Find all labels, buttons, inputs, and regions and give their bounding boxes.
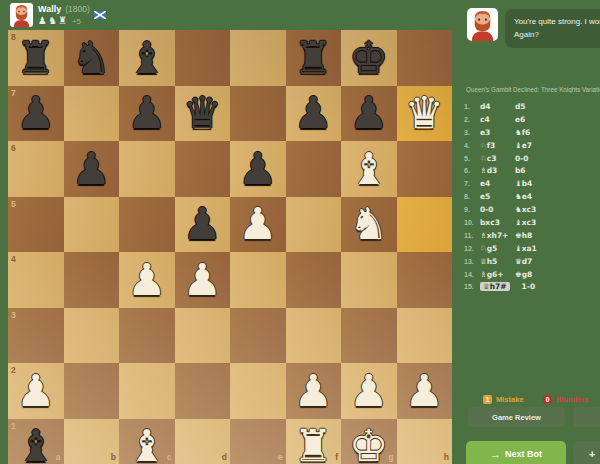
black-move[interactable]: b6 xyxy=(515,166,526,175)
plus-icon: + xyxy=(589,448,595,460)
blunder-badge: 0 xyxy=(543,395,552,404)
square-a2[interactable]: 2♟ xyxy=(8,363,64,419)
square-c7[interactable]: ♟ xyxy=(119,86,175,142)
move-row[interactable]: 5.♘c30-0 xyxy=(464,152,600,165)
player-avatar[interactable] xyxy=(10,3,33,27)
game-review-button[interactable]: Game Review xyxy=(468,407,565,427)
black-pawn[interactable]: ♟ xyxy=(119,86,175,142)
chat-line-2: Again? xyxy=(514,29,600,42)
square-f8[interactable]: ♜ xyxy=(286,30,342,86)
black-move[interactable]: ♚h8 xyxy=(515,231,532,240)
square-d2[interactable] xyxy=(175,363,231,419)
board: 8♜♞♝♜♚7♟♟♛♟♟♛6♟♟♝5♟♟♞4♟♟32♟♟♟♟1a♝bc♝def♜… xyxy=(8,30,452,464)
square-e3[interactable] xyxy=(230,308,286,364)
square-d7[interactable]: ♛ xyxy=(175,86,231,142)
white-move[interactable]: ♗g6+ xyxy=(480,270,515,279)
square-d8[interactable] xyxy=(175,30,231,86)
material-advantage: +5 xyxy=(72,17,81,26)
mistake-stat[interactable]: 1Mistake xyxy=(483,390,524,408)
square-b3[interactable] xyxy=(64,308,120,364)
move-number[interactable]: 1. xyxy=(464,103,480,110)
black-pawn[interactable]: ♟ xyxy=(230,141,286,197)
white-king[interactable]: ♚ xyxy=(341,419,397,464)
sidebar: You're quite strong. I won't g Again? Qu… xyxy=(456,0,600,464)
white-pawn[interactable]: ♟ xyxy=(8,363,64,419)
square-c2[interactable] xyxy=(119,363,175,419)
square-b4[interactable] xyxy=(64,252,120,308)
chat-bubble: You're quite strong. I won't g Again? xyxy=(505,9,600,48)
square-d4[interactable]: ♟ xyxy=(175,252,231,308)
square-g5[interactable]: ♞ xyxy=(341,197,397,253)
white-move[interactable]: bxc3 xyxy=(480,218,515,227)
square-e7[interactable] xyxy=(230,86,286,142)
square-f5[interactable] xyxy=(286,197,342,253)
white-move[interactable]: d4 xyxy=(480,102,515,111)
square-a4[interactable]: 4 xyxy=(8,252,64,308)
move-number[interactable]: 3. xyxy=(464,129,480,136)
black-rook[interactable]: ♜ xyxy=(8,30,64,86)
move-row[interactable]: 1.d4d5 xyxy=(464,100,600,113)
move-row[interactable]: 11.♗xh7+♚h8 xyxy=(464,229,600,242)
square-c6[interactable] xyxy=(119,141,175,197)
square-f7[interactable]: ♟ xyxy=(286,86,342,142)
square-c1[interactable]: c♝ xyxy=(119,419,175,464)
captured-pawn-icon: ♟ xyxy=(38,16,47,26)
square-g8[interactable]: ♚ xyxy=(341,30,397,86)
bot-avatar[interactable] xyxy=(467,8,498,41)
black-rook[interactable]: ♜ xyxy=(286,30,342,86)
square-h2[interactable]: ♟ xyxy=(397,363,453,419)
white-bishop[interactable]: ♝ xyxy=(341,141,397,197)
player-name[interactable]: Wally xyxy=(38,4,61,14)
square-c5[interactable] xyxy=(119,197,175,253)
square-f2[interactable]: ♟ xyxy=(286,363,342,419)
white-move[interactable]: ♘g5 xyxy=(480,244,515,253)
move-row[interactable]: 12.♘g5♝xa1 xyxy=(464,242,600,255)
square-e1[interactable]: e xyxy=(230,419,286,464)
white-rook[interactable]: ♜ xyxy=(286,419,342,464)
move-row[interactable]: 3.e3♞f6 xyxy=(464,126,600,139)
white-move[interactable]: ♕h7# xyxy=(480,282,510,291)
move-list: 1.d4d52.c4e63.e3♞f64.♘f3♝e75.♘c30-06.♗d3… xyxy=(464,100,600,293)
move-number[interactable]: 5. xyxy=(464,155,480,162)
square-f1[interactable]: f♜ xyxy=(286,419,342,464)
move-number[interactable]: 6. xyxy=(464,167,480,174)
move-number[interactable]: 12. xyxy=(464,245,480,252)
black-move[interactable]: ♚g8 xyxy=(515,270,532,279)
white-move[interactable]: ♗xh7+ xyxy=(480,231,515,240)
rank-coordinate-label: 5 xyxy=(11,199,16,209)
file-coordinate-label: e xyxy=(278,452,283,462)
rank-coordinate-label: 6 xyxy=(11,143,16,153)
rank-coordinate-label: 3 xyxy=(11,310,16,320)
move-number[interactable]: 2. xyxy=(464,116,480,123)
square-h3[interactable] xyxy=(397,308,453,364)
black-move[interactable]: ♛d7 xyxy=(515,257,532,266)
black-pawn[interactable]: ♟ xyxy=(286,86,342,142)
white-move[interactable]: ♘c3 xyxy=(480,154,515,163)
black-move[interactable]: e6 xyxy=(515,115,525,124)
black-move[interactable]: ♝b4 xyxy=(515,179,532,188)
square-h6[interactable] xyxy=(397,141,453,197)
mistake-badge: 1 xyxy=(483,395,492,404)
square-b6[interactable]: ♟ xyxy=(64,141,120,197)
square-b2[interactable] xyxy=(64,363,120,419)
black-move[interactable]: d5 xyxy=(515,102,526,111)
square-b7[interactable] xyxy=(64,86,120,142)
scotland-flag-icon xyxy=(94,5,106,13)
square-a3[interactable]: 3 xyxy=(8,308,64,364)
move-number[interactable]: 14. xyxy=(464,271,480,278)
wally-avatar-image-large xyxy=(467,8,498,41)
move-row[interactable]: 4.♘f3♝e7 xyxy=(464,139,600,152)
white-pawn[interactable]: ♟ xyxy=(230,197,286,253)
move-number[interactable]: 7. xyxy=(464,180,480,187)
wally-avatar-image xyxy=(10,3,33,27)
black-pawn[interactable]: ♟ xyxy=(341,86,397,142)
square-d6[interactable] xyxy=(175,141,231,197)
move-row[interactable]: 2.c4e6 xyxy=(464,113,600,126)
opening-name: Queen's Gambit Declined: Three Knights V… xyxy=(466,86,600,93)
mistake-label: Mistake xyxy=(496,395,524,404)
next-bot-button[interactable]: → Next Bot xyxy=(466,441,566,464)
black-move[interactable]: ♝xa1 xyxy=(515,244,537,253)
black-move[interactable]: ♞f6 xyxy=(515,128,530,137)
move-number[interactable]: 8. xyxy=(464,193,480,200)
black-move[interactable]: 1-0 xyxy=(522,282,536,291)
white-pawn[interactable]: ♟ xyxy=(175,252,231,308)
arrow-right-icon: → xyxy=(490,449,501,460)
move-number[interactable]: 11. xyxy=(464,232,480,239)
square-g2[interactable]: ♟ xyxy=(341,363,397,419)
square-h1[interactable]: h xyxy=(397,419,453,464)
move-row[interactable]: 14.♗g6+♚g8 xyxy=(464,268,600,281)
square-h5[interactable] xyxy=(397,197,453,253)
square-a7[interactable]: 7♟ xyxy=(8,86,64,142)
rank-coordinate-label: 4 xyxy=(11,254,16,264)
white-move[interactable]: e3 xyxy=(480,128,515,137)
move-row[interactable]: 8.e5♞e4 xyxy=(464,190,600,203)
black-king[interactable]: ♚ xyxy=(341,30,397,86)
secondary-button[interactable] xyxy=(573,407,600,427)
white-bishop[interactable]: ♝ xyxy=(119,419,175,464)
square-f3[interactable] xyxy=(286,308,342,364)
new-game-plus-button[interactable]: + xyxy=(573,441,600,464)
chat-line-1: You're quite strong. I won't g xyxy=(514,16,600,29)
player-rating: (1800) xyxy=(65,4,90,14)
file-coordinate-label: b xyxy=(111,452,116,462)
move-row[interactable]: 7.e4♝b4 xyxy=(464,177,600,190)
square-e8[interactable] xyxy=(230,30,286,86)
black-bishop[interactable]: ♝ xyxy=(119,30,175,86)
white-queen[interactable]: ♛ xyxy=(397,86,453,142)
square-a1[interactable]: 1a♝ xyxy=(8,419,64,464)
white-pawn[interactable]: ♟ xyxy=(397,363,453,419)
white-move[interactable]: ♗d3 xyxy=(480,166,515,175)
square-b8[interactable]: ♞ xyxy=(64,30,120,86)
captured-knight-icon: ♞ xyxy=(48,16,57,26)
square-g6[interactable]: ♝ xyxy=(341,141,397,197)
white-move[interactable]: ♕h5 xyxy=(480,257,515,266)
square-a6[interactable]: 6 xyxy=(8,141,64,197)
square-d5[interactable]: ♟ xyxy=(175,197,231,253)
square-g4[interactable] xyxy=(341,252,397,308)
square-b5[interactable] xyxy=(64,197,120,253)
white-knight[interactable]: ♞ xyxy=(341,197,397,253)
black-pawn[interactable]: ♟ xyxy=(175,197,231,253)
file-coordinate-label: h xyxy=(444,452,449,462)
file-coordinate-label: d xyxy=(222,452,227,462)
move-number[interactable]: 13. xyxy=(464,258,480,265)
black-knight[interactable]: ♞ xyxy=(64,30,120,86)
move-number[interactable]: 9. xyxy=(464,206,480,213)
move-row[interactable]: 6.♗d3b6 xyxy=(464,164,600,177)
square-g1[interactable]: g♚ xyxy=(341,419,397,464)
black-move[interactable]: ♞e4 xyxy=(515,192,532,201)
black-move[interactable]: 0-0 xyxy=(515,154,529,163)
blunder-label: Blunders xyxy=(556,395,589,404)
square-h8[interactable] xyxy=(397,30,453,86)
top-player-bar: Wally (1800) ♟♞♜+5 xyxy=(0,0,456,30)
white-move[interactable]: c4 xyxy=(480,115,515,124)
stats-row: 1Mistake 0Blunders xyxy=(456,389,600,401)
black-move[interactable]: ♝e7 xyxy=(515,141,532,150)
move-number[interactable]: 4. xyxy=(464,142,480,149)
square-e2[interactable] xyxy=(230,363,286,419)
square-h4[interactable] xyxy=(397,252,453,308)
black-move[interactable]: ♝xc3 xyxy=(515,218,536,227)
square-c3[interactable] xyxy=(119,308,175,364)
black-queen[interactable]: ♛ xyxy=(175,86,231,142)
square-h7[interactable]: ♛ xyxy=(397,86,453,142)
black-pawn[interactable]: ♟ xyxy=(8,86,64,142)
square-a5[interactable]: 5 xyxy=(8,197,64,253)
square-e5[interactable]: ♟ xyxy=(230,197,286,253)
square-e4[interactable] xyxy=(230,252,286,308)
white-move[interactable]: ♘f3 xyxy=(480,141,515,150)
square-b1[interactable]: b xyxy=(64,419,120,464)
square-e6[interactable]: ♟ xyxy=(230,141,286,197)
white-move[interactable]: 0-0 xyxy=(480,205,515,214)
white-pawn[interactable]: ♟ xyxy=(286,363,342,419)
move-number[interactable]: 15. xyxy=(464,283,480,290)
captured-rook-icon: ♜ xyxy=(58,16,67,26)
captured-pieces: ♟♞♜+5 xyxy=(38,16,81,26)
square-c4[interactable]: ♟ xyxy=(119,252,175,308)
move-row[interactable]: 13.♕h5♛d7 xyxy=(464,255,600,268)
white-move[interactable]: e5 xyxy=(480,192,515,201)
square-f4[interactable] xyxy=(286,252,342,308)
black-move[interactable]: ♞xc3 xyxy=(515,205,536,214)
move-row[interactable]: 9.0-0♞xc3 xyxy=(464,203,600,216)
move-row[interactable]: 10.bxc3♝xc3 xyxy=(464,216,600,229)
blunder-stat[interactable]: 0Blunders xyxy=(543,390,589,408)
black-pawn[interactable]: ♟ xyxy=(64,141,120,197)
white-pawn[interactable]: ♟ xyxy=(119,252,175,308)
next-bot-label: Next Bot xyxy=(505,449,542,459)
square-d1[interactable]: d xyxy=(175,419,231,464)
square-f6[interactable] xyxy=(286,141,342,197)
square-g3[interactable] xyxy=(341,308,397,364)
black-bishop[interactable]: ♝ xyxy=(8,419,64,464)
square-a8[interactable]: 8♜ xyxy=(8,30,64,86)
square-c8[interactable]: ♝ xyxy=(119,30,175,86)
square-g7[interactable]: ♟ xyxy=(341,86,397,142)
move-number[interactable]: 10. xyxy=(464,219,480,226)
white-move[interactable]: e4 xyxy=(480,179,515,188)
white-pawn[interactable]: ♟ xyxy=(341,363,397,419)
move-row[interactable]: 15.♕h7#1-0 xyxy=(464,280,600,293)
square-d3[interactable] xyxy=(175,308,231,364)
